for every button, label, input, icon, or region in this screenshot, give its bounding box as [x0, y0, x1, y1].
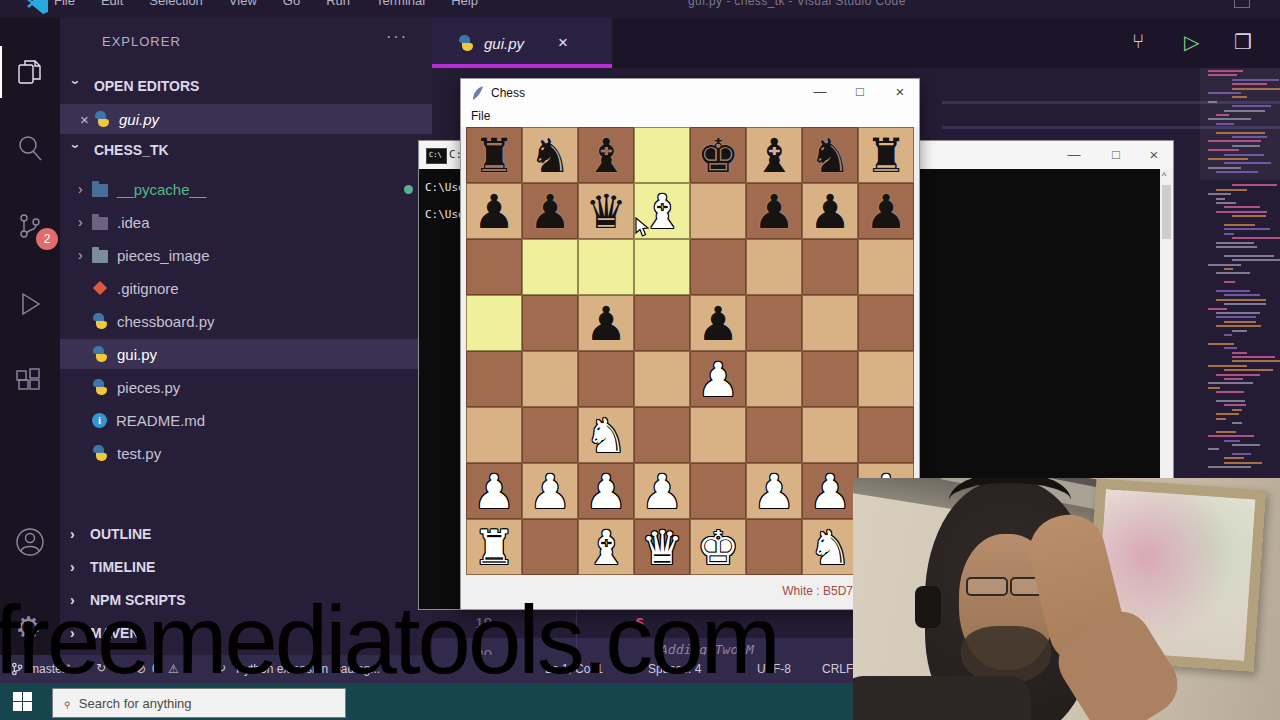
square-c1[interactable]: ♝	[578, 519, 634, 575]
white-pawn-e4[interactable]: ♟	[690, 351, 746, 407]
extensions-icon[interactable]	[14, 366, 46, 398]
file-name: README.md	[116, 412, 205, 429]
split-editor-icon[interactable]: ❒	[1234, 30, 1252, 54]
square-g4[interactable]	[802, 351, 858, 407]
menu-item-edit[interactable]: Edit	[101, 0, 123, 8]
square-c6[interactable]	[578, 239, 634, 295]
square-a8[interactable]: ♜	[466, 127, 522, 183]
screen: FileEditSelectionViewGoRunTerminalHelp g…	[0, 0, 1280, 720]
python-file-icon	[92, 379, 108, 395]
cmd-icon: C:\	[426, 148, 447, 164]
square-c8[interactable]: ♝	[578, 127, 634, 183]
tab-bar: gui.py × ⑂ ▷ ❒	[432, 18, 1280, 68]
close-icon[interactable]: ×	[80, 111, 94, 128]
file-item-test-py[interactable]: test.py	[60, 438, 432, 468]
file-item-gui-py[interactable]: gui.py	[60, 339, 432, 369]
explorer-sidebar: EXPLORER ··· › OPEN EDITORS × gui.py › C…	[60, 18, 432, 683]
white-pawn-b2[interactable]: ♟	[522, 463, 578, 519]
folder-icon	[92, 184, 108, 197]
folder-icon	[92, 250, 108, 263]
square-f6[interactable]	[746, 239, 802, 295]
square-b2[interactable]: ♟	[522, 463, 578, 519]
square-b3[interactable]	[522, 407, 578, 463]
white-knight-g1[interactable]: ♞	[802, 519, 858, 575]
console-maximize-button[interactable]: □	[1101, 145, 1131, 165]
square-e8[interactable]: ♚	[690, 127, 746, 183]
black-rook-a8[interactable]: ♜	[466, 127, 522, 183]
person-shoulder	[853, 676, 1031, 720]
square-a3[interactable]	[466, 407, 522, 463]
square-b5[interactable]	[522, 295, 578, 351]
search-placeholder: Search for anything	[79, 696, 192, 711]
webcam-overlay	[853, 478, 1280, 720]
search-icon: ⌕	[58, 694, 76, 712]
square-g6[interactable]	[802, 239, 858, 295]
file-name: gui.py	[117, 346, 157, 363]
square-f4[interactable]	[746, 351, 802, 407]
white-queen-d1[interactable]: ♛	[634, 519, 690, 575]
python-file-icon	[94, 111, 110, 127]
square-b8[interactable]: ♞	[522, 127, 578, 183]
square-b6[interactable]	[522, 239, 578, 295]
square-e1[interactable]: ♚	[690, 519, 746, 575]
square-b7[interactable]: ♟	[522, 183, 578, 239]
file-item-chessboard-py[interactable]: chessboard.py	[60, 306, 432, 336]
black-pawn-c5[interactable]: ♟	[578, 295, 634, 351]
square-a4[interactable]	[466, 351, 522, 407]
headphone-cup	[915, 586, 941, 628]
black-king-e8[interactable]: ♚	[690, 127, 746, 183]
white-pawn-d2[interactable]: ♟	[634, 463, 690, 519]
chevron-down-icon: ›	[68, 144, 84, 156]
active-indicator	[0, 46, 2, 98]
menu-item-help[interactable]: Help	[451, 0, 478, 8]
file-item--pycache-[interactable]: ›__pycache__	[60, 174, 432, 204]
black-rook-h8[interactable]: ♜	[858, 127, 914, 183]
chess-window: Chess — □ × File ♜♞♝♚♝♞♜♟♟♛♝♟♟♟♟♟♟♞♟♟♟♟♟…	[460, 78, 920, 610]
square-e2[interactable]	[690, 463, 746, 519]
square-h4[interactable]	[858, 351, 914, 407]
file-name: .idea	[117, 214, 150, 231]
square-b4[interactable]	[522, 351, 578, 407]
chess-minimize-button[interactable]: —	[805, 82, 835, 102]
black-pawn-g7[interactable]: ♟	[802, 183, 858, 239]
black-pawn-a7[interactable]: ♟	[466, 183, 522, 239]
white-pawn-a2[interactable]: ♟	[466, 463, 522, 519]
black-pawn-b7[interactable]: ♟	[522, 183, 578, 239]
explorer-icon[interactable]	[14, 56, 46, 88]
menubar: FileEditSelectionViewGoRunTerminalHelp	[54, 0, 478, 8]
activity-bar: 2 ⚙	[0, 18, 60, 683]
square-g3[interactable]	[802, 407, 858, 463]
chevron-down-icon: ›	[68, 80, 84, 92]
black-knight-b8[interactable]: ♞	[522, 127, 578, 183]
square-f1[interactable]	[746, 519, 802, 575]
square-d5[interactable]	[634, 295, 690, 351]
square-f5[interactable]	[746, 295, 802, 351]
tab-gui-py[interactable]: gui.py ×	[432, 18, 612, 68]
square-d3[interactable]	[634, 407, 690, 463]
file-name: test.py	[117, 445, 161, 462]
section-open-editors[interactable]: › OPEN EDITORS	[60, 78, 432, 104]
square-e3[interactable]	[690, 407, 746, 463]
black-knight-g8[interactable]: ♞	[802, 127, 858, 183]
file-name: pieces_image	[117, 247, 210, 264]
python-file-icon	[92, 346, 108, 362]
square-h8[interactable]: ♜	[858, 127, 914, 183]
square-e6[interactable]	[690, 239, 746, 295]
square-h3[interactable]	[858, 407, 914, 463]
glasses-left-lens	[966, 577, 1008, 596]
vscode-logo-icon	[26, 0, 50, 16]
menu-item-run[interactable]: Run	[326, 0, 350, 8]
square-a5[interactable]	[466, 295, 522, 351]
square-b1[interactable]	[522, 519, 578, 575]
file-item--idea[interactable]: ›.idea	[60, 207, 432, 237]
black-bishop-c8[interactable]: ♝	[578, 127, 634, 183]
square-h7[interactable]: ♟	[858, 183, 914, 239]
explorer-more-actions[interactable]: ···	[386, 28, 408, 46]
square-a6[interactable]	[466, 239, 522, 295]
square-d1[interactable]: ♛	[634, 519, 690, 575]
watermark-text: freemediatools.com	[0, 592, 778, 688]
layout-icon[interactable]	[1234, 0, 1250, 8]
white-knight-c3[interactable]: ♞	[578, 407, 634, 463]
scroll-up-icon[interactable]: ^	[1162, 171, 1166, 181]
white-pawn-c2[interactable]: ♟	[578, 463, 634, 519]
tk-feather-icon	[471, 85, 485, 101]
white-king-e1[interactable]: ♚	[690, 519, 746, 575]
square-d6[interactable]	[634, 239, 690, 295]
square-d2[interactable]: ♟	[634, 463, 690, 519]
square-h6[interactable]	[858, 239, 914, 295]
python-file-icon	[92, 313, 108, 329]
square-c2[interactable]: ♟	[578, 463, 634, 519]
square-e7[interactable]	[690, 183, 746, 239]
white-pawn-g2[interactable]: ♟	[802, 463, 858, 519]
section-timeline[interactable]: ›TIMELINE	[60, 559, 432, 585]
file-name: chessboard.py	[117, 313, 215, 330]
chess-titlebar[interactable]: Chess — □ ×	[461, 79, 919, 107]
open-changes-icon[interactable]: ⑂	[1132, 30, 1144, 53]
scrollbar-thumb[interactable]	[1162, 185, 1171, 239]
square-f7[interactable]: ♟	[746, 183, 802, 239]
chess-close-button[interactable]: ×	[885, 82, 915, 102]
square-c5[interactable]: ♟	[578, 295, 634, 351]
square-e4[interactable]: ♟	[690, 351, 746, 407]
python-file-icon	[92, 445, 108, 461]
file-name: __pycache__	[117, 181, 206, 198]
file-name: .gitignore	[117, 280, 179, 297]
minimap[interactable]	[1206, 70, 1280, 480]
square-d4[interactable]	[634, 351, 690, 407]
menu-item-file[interactable]: File	[54, 0, 75, 8]
chess-window-title: Chess	[491, 86, 525, 100]
last-move-text: White : B5D7	[782, 584, 853, 598]
black-pawn-e5[interactable]: ♟	[690, 295, 746, 351]
square-h5[interactable]	[858, 295, 914, 351]
explorer-header: EXPLORER	[102, 34, 181, 49]
square-f8[interactable]: ♝	[746, 127, 802, 183]
tab-close-icon[interactable]: ×	[558, 33, 568, 53]
chess-board: ♜♞♝♚♝♞♜♟♟♛♝♟♟♟♟♟♟♞♟♟♟♟♟♟♟♜♝♛♚♞♜	[466, 127, 914, 575]
file-item-pieces-image[interactable]: ›pieces_image	[60, 240, 432, 270]
run-debug-icon[interactable]	[14, 288, 46, 320]
git-file-icon	[93, 281, 107, 295]
folder-icon	[92, 217, 108, 230]
python-file-icon	[458, 35, 474, 51]
white-pawn-f2[interactable]: ♟	[746, 463, 802, 519]
chess-menu-file[interactable]: File	[471, 109, 490, 123]
section-project[interactable]: › CHESS_TK	[60, 142, 432, 168]
open-editor-gui-py[interactable]: × gui.py	[60, 104, 432, 134]
scm-badge: 2	[36, 228, 58, 250]
file-item-readme-md[interactable]: iREADME.md	[60, 405, 432, 435]
square-c7[interactable]: ♛	[578, 183, 634, 239]
account-icon[interactable]	[14, 526, 46, 558]
run-python-file-icon[interactable]: ▷	[1184, 30, 1199, 54]
black-pawn-f7[interactable]: ♟	[746, 183, 802, 239]
square-g8[interactable]: ♞	[802, 127, 858, 183]
square-g2[interactable]: ♟	[802, 463, 858, 519]
square-d8[interactable]	[634, 127, 690, 183]
menu-item-selection[interactable]: Selection	[149, 0, 202, 8]
black-pawn-h7[interactable]: ♟	[858, 183, 914, 239]
white-bishop-c1[interactable]: ♝	[578, 519, 634, 575]
black-bishop-f8[interactable]: ♝	[746, 127, 802, 183]
window-title: gui.py - chess_tk - Visual Studio Code	[688, 0, 906, 8]
square-c3[interactable]: ♞	[578, 407, 634, 463]
menu-item-go[interactable]: Go	[283, 0, 300, 8]
start-button[interactable]	[13, 692, 32, 711]
white-rook-a1[interactable]: ♜	[466, 519, 522, 575]
square-f3[interactable]	[746, 407, 802, 463]
vscode-titlebar: FileEditSelectionViewGoRunTerminalHelp g…	[0, 0, 1280, 18]
modified-dot	[404, 185, 413, 194]
black-queen-c7[interactable]: ♛	[578, 183, 634, 239]
square-f2[interactable]: ♟	[746, 463, 802, 519]
square-g1[interactable]: ♞	[802, 519, 858, 575]
menu-item-terminal[interactable]: Terminal	[376, 0, 425, 8]
eol-indicator[interactable]: CRLF	[822, 662, 853, 676]
section-outline[interactable]: ›OUTLINE	[60, 526, 432, 552]
square-g5[interactable]	[802, 295, 858, 351]
square-a1[interactable]: ♜	[466, 519, 522, 575]
console-close-button[interactable]: ×	[1139, 145, 1169, 165]
readme-info-icon: i	[92, 413, 107, 428]
menu-item-view[interactable]: View	[229, 0, 257, 8]
square-c4[interactable]	[578, 351, 634, 407]
search-icon[interactable]	[14, 132, 46, 164]
file-name: pieces.py	[117, 379, 180, 396]
chess-maximize-button[interactable]: □	[845, 82, 875, 102]
square-a2[interactable]: ♟	[466, 463, 522, 519]
file-item--gitignore[interactable]: .gitignore	[60, 273, 432, 303]
mouse-cursor	[635, 217, 650, 238]
square-e5[interactable]: ♟	[690, 295, 746, 351]
file-item-pieces-py[interactable]: pieces.py	[60, 372, 432, 402]
chess-menubar: File	[461, 107, 919, 127]
console-minimize-button[interactable]: —	[1059, 145, 1089, 165]
square-a7[interactable]: ♟	[466, 183, 522, 239]
square-g7[interactable]: ♟	[802, 183, 858, 239]
